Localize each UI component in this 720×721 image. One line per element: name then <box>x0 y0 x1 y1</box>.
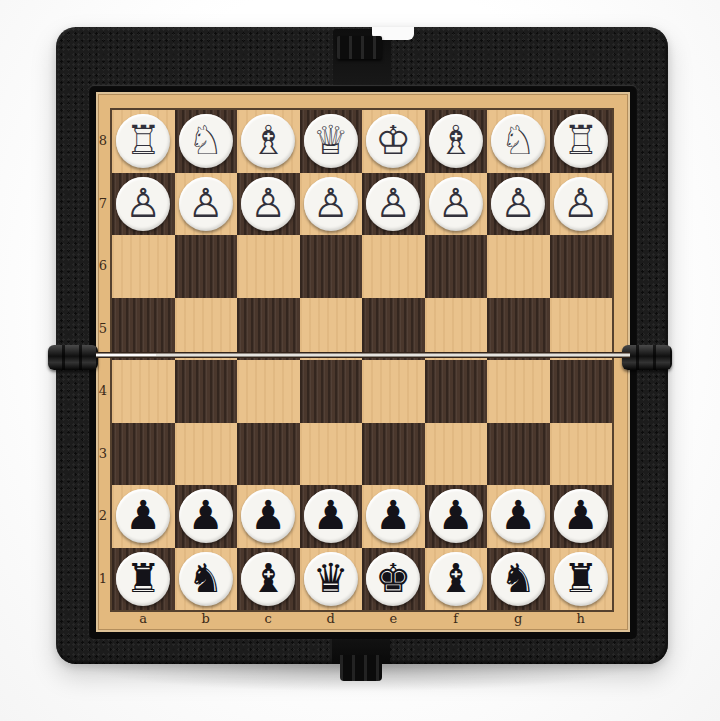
piece-black-king[interactable]: ♚ <box>366 552 420 606</box>
square-h6[interactable] <box>550 235 613 298</box>
square-g1[interactable]: ♞ <box>487 548 550 611</box>
file-label-e: e <box>362 611 425 626</box>
white-rook-icon: ♖ <box>125 120 161 160</box>
square-e8[interactable]: ♔ <box>362 110 425 173</box>
square-f1[interactable]: ♝ <box>425 548 488 611</box>
black-pawn-icon: ♟ <box>438 495 474 535</box>
piece-white-pawn[interactable]: ♙ <box>366 177 420 231</box>
piece-black-knight[interactable]: ♞ <box>491 552 545 606</box>
square-g5[interactable] <box>487 298 550 361</box>
square-f5[interactable] <box>425 298 488 361</box>
black-pawn-icon: ♟ <box>313 495 349 535</box>
white-pawn-icon: ♙ <box>250 183 286 223</box>
rank-label-2: 2 <box>95 508 111 523</box>
square-h4[interactable] <box>550 360 613 423</box>
square-a4[interactable] <box>112 360 175 423</box>
square-a2[interactable]: ♟ <box>112 485 175 548</box>
piece-white-pawn[interactable]: ♙ <box>241 177 295 231</box>
piece-white-pawn[interactable]: ♙ <box>554 177 608 231</box>
square-a6[interactable] <box>112 235 175 298</box>
black-rook-icon: ♜ <box>125 558 161 598</box>
square-c5[interactable] <box>237 298 300 361</box>
white-pawn-icon: ♙ <box>438 183 474 223</box>
square-g3[interactable] <box>487 423 550 486</box>
square-b1[interactable]: ♞ <box>175 548 238 611</box>
white-bishop-icon: ♗ <box>250 120 286 160</box>
white-pawn-icon: ♙ <box>188 183 224 223</box>
square-e6[interactable] <box>362 235 425 298</box>
square-c8[interactable]: ♗ <box>237 110 300 173</box>
piece-black-bishop[interactable]: ♝ <box>429 552 483 606</box>
white-knight-icon: ♘ <box>188 120 224 160</box>
square-h5[interactable] <box>550 298 613 361</box>
file-label-c: c <box>237 611 300 626</box>
file-label-a: a <box>112 611 175 626</box>
square-c3[interactable] <box>237 423 300 486</box>
square-d7[interactable]: ♙ <box>300 173 363 236</box>
file-label-d: d <box>300 611 363 626</box>
black-bishop-icon: ♝ <box>438 558 474 598</box>
square-d6[interactable] <box>300 235 363 298</box>
piece-white-pawn[interactable]: ♙ <box>116 177 170 231</box>
piece-black-pawn[interactable]: ♟ <box>179 489 233 543</box>
square-f7[interactable]: ♙ <box>425 173 488 236</box>
rank-label-3: 3 <box>95 446 111 461</box>
piece-black-pawn[interactable]: ♟ <box>116 489 170 543</box>
square-d1[interactable]: ♛ <box>300 548 363 611</box>
file-label-g: g <box>487 611 550 626</box>
square-e2[interactable]: ♟ <box>362 485 425 548</box>
white-pawn-icon: ♙ <box>375 183 411 223</box>
square-b4[interactable] <box>175 360 238 423</box>
rank-label-6: 6 <box>95 258 111 273</box>
piece-white-king[interactable]: ♔ <box>366 114 420 168</box>
piece-black-pawn[interactable]: ♟ <box>554 489 608 543</box>
square-g8[interactable]: ♘ <box>487 110 550 173</box>
black-queen-icon: ♛ <box>313 558 349 598</box>
piece-white-knight[interactable]: ♘ <box>491 114 545 168</box>
piece-white-pawn[interactable]: ♙ <box>179 177 233 231</box>
piece-white-queen[interactable]: ♕ <box>304 114 358 168</box>
square-e5[interactable] <box>362 298 425 361</box>
black-knight-icon: ♞ <box>188 558 224 598</box>
square-e4[interactable] <box>362 360 425 423</box>
square-c6[interactable] <box>237 235 300 298</box>
squares-border: ♖♘♗♕♔♗♘♖♙♙♙♙♙♙♙♙♟♟♟♟♟♟♟♟♜♞♝♛♚♝♞♜ <box>110 108 614 612</box>
square-f6[interactable] <box>425 235 488 298</box>
piece-white-pawn[interactable]: ♙ <box>429 177 483 231</box>
top-latch-icon <box>337 36 382 59</box>
black-rook-icon: ♜ <box>563 558 599 598</box>
square-h3[interactable] <box>550 423 613 486</box>
hinge-glint <box>96 354 156 356</box>
piece-white-pawn[interactable]: ♙ <box>491 177 545 231</box>
white-pawn-icon: ♙ <box>500 183 536 223</box>
black-pawn-icon: ♟ <box>125 495 161 535</box>
square-h1[interactable]: ♜ <box>550 548 613 611</box>
square-h7[interactable]: ♙ <box>550 173 613 236</box>
square-b7[interactable]: ♙ <box>175 173 238 236</box>
black-pawn-icon: ♟ <box>250 495 286 535</box>
square-c2[interactable]: ♟ <box>237 485 300 548</box>
square-c7[interactable]: ♙ <box>237 173 300 236</box>
white-pawn-icon: ♙ <box>313 183 349 223</box>
piece-black-pawn[interactable]: ♟ <box>491 489 545 543</box>
piece-black-pawn[interactable]: ♟ <box>241 489 295 543</box>
black-pawn-icon: ♟ <box>563 495 599 535</box>
square-c1[interactable]: ♝ <box>237 548 300 611</box>
square-d2[interactable]: ♟ <box>300 485 363 548</box>
square-h2[interactable]: ♟ <box>550 485 613 548</box>
square-f2[interactable]: ♟ <box>425 485 488 548</box>
black-king-icon: ♚ <box>375 558 411 598</box>
square-b8[interactable]: ♘ <box>175 110 238 173</box>
black-pawn-icon: ♟ <box>375 495 411 535</box>
square-d3[interactable] <box>300 423 363 486</box>
file-label-h: h <box>550 611 613 626</box>
board-fold-seam <box>96 352 630 358</box>
white-queen-icon: ♕ <box>313 120 349 160</box>
white-pawn-icon: ♙ <box>125 183 161 223</box>
piece-black-pawn[interactable]: ♟ <box>366 489 420 543</box>
piece-black-knight[interactable]: ♞ <box>179 552 233 606</box>
square-e7[interactable]: ♙ <box>362 173 425 236</box>
square-g4[interactable] <box>487 360 550 423</box>
square-f3[interactable] <box>425 423 488 486</box>
piece-black-pawn[interactable]: ♟ <box>429 489 483 543</box>
white-knight-icon: ♘ <box>500 120 536 160</box>
square-b6[interactable] <box>175 235 238 298</box>
rank-label-5: 5 <box>95 321 111 336</box>
rank-label-8: 8 <box>95 133 111 148</box>
piece-white-bishop[interactable]: ♗ <box>429 114 483 168</box>
square-g6[interactable] <box>487 235 550 298</box>
square-b2[interactable]: ♟ <box>175 485 238 548</box>
square-a8[interactable]: ♖ <box>112 110 175 173</box>
rank-label-4: 4 <box>95 383 111 398</box>
piece-black-rook[interactable]: ♜ <box>116 552 170 606</box>
file-label-f: f <box>425 611 488 626</box>
square-b5[interactable] <box>175 298 238 361</box>
rank-label-7: 7 <box>95 196 111 211</box>
black-bishop-icon: ♝ <box>250 558 286 598</box>
black-pawn-icon: ♟ <box>188 495 224 535</box>
piece-white-rook[interactable]: ♖ <box>116 114 170 168</box>
piece-black-rook[interactable]: ♜ <box>554 552 608 606</box>
square-h8[interactable]: ♖ <box>550 110 613 173</box>
piece-black-queen[interactable]: ♛ <box>304 552 358 606</box>
rank-label-1: 1 <box>95 571 111 586</box>
square-d4[interactable] <box>300 360 363 423</box>
black-knight-icon: ♞ <box>500 558 536 598</box>
square-f4[interactable] <box>425 360 488 423</box>
black-pawn-icon: ♟ <box>500 495 536 535</box>
square-g2[interactable]: ♟ <box>487 485 550 548</box>
piece-white-rook[interactable]: ♖ <box>554 114 608 168</box>
piece-white-bishop[interactable]: ♗ <box>241 114 295 168</box>
product-photo-background: ♖♘♗♕♔♗♘♖♙♙♙♙♙♙♙♙♟♟♟♟♟♟♟♟♜♞♝♛♚♝♞♜ 8765432… <box>0 0 720 721</box>
square-f8[interactable]: ♗ <box>425 110 488 173</box>
file-label-b: b <box>175 611 238 626</box>
square-g7[interactable]: ♙ <box>487 173 550 236</box>
white-rook-icon: ♖ <box>563 120 599 160</box>
piece-black-pawn[interactable]: ♟ <box>304 489 358 543</box>
square-a1[interactable]: ♜ <box>112 548 175 611</box>
square-d5[interactable] <box>300 298 363 361</box>
board-grid: ♖♘♗♕♔♗♘♖♙♙♙♙♙♙♙♙♟♟♟♟♟♟♟♟♜♞♝♛♚♝♞♜ <box>112 110 612 610</box>
white-bishop-icon: ♗ <box>438 120 474 160</box>
square-d8[interactable]: ♕ <box>300 110 363 173</box>
white-king-icon: ♔ <box>375 120 411 160</box>
square-a3[interactable] <box>112 423 175 486</box>
piece-white-knight[interactable]: ♘ <box>179 114 233 168</box>
piece-white-pawn[interactable]: ♙ <box>304 177 358 231</box>
square-e3[interactable] <box>362 423 425 486</box>
piece-black-bishop[interactable]: ♝ <box>241 552 295 606</box>
square-c4[interactable] <box>237 360 300 423</box>
square-b3[interactable] <box>175 423 238 486</box>
square-a5[interactable] <box>112 298 175 361</box>
square-a7[interactable]: ♙ <box>112 173 175 236</box>
white-pawn-icon: ♙ <box>563 183 599 223</box>
bottom-latch-icon <box>340 655 382 681</box>
square-e1[interactable]: ♚ <box>362 548 425 611</box>
fold-hinge-left-icon <box>48 345 98 370</box>
